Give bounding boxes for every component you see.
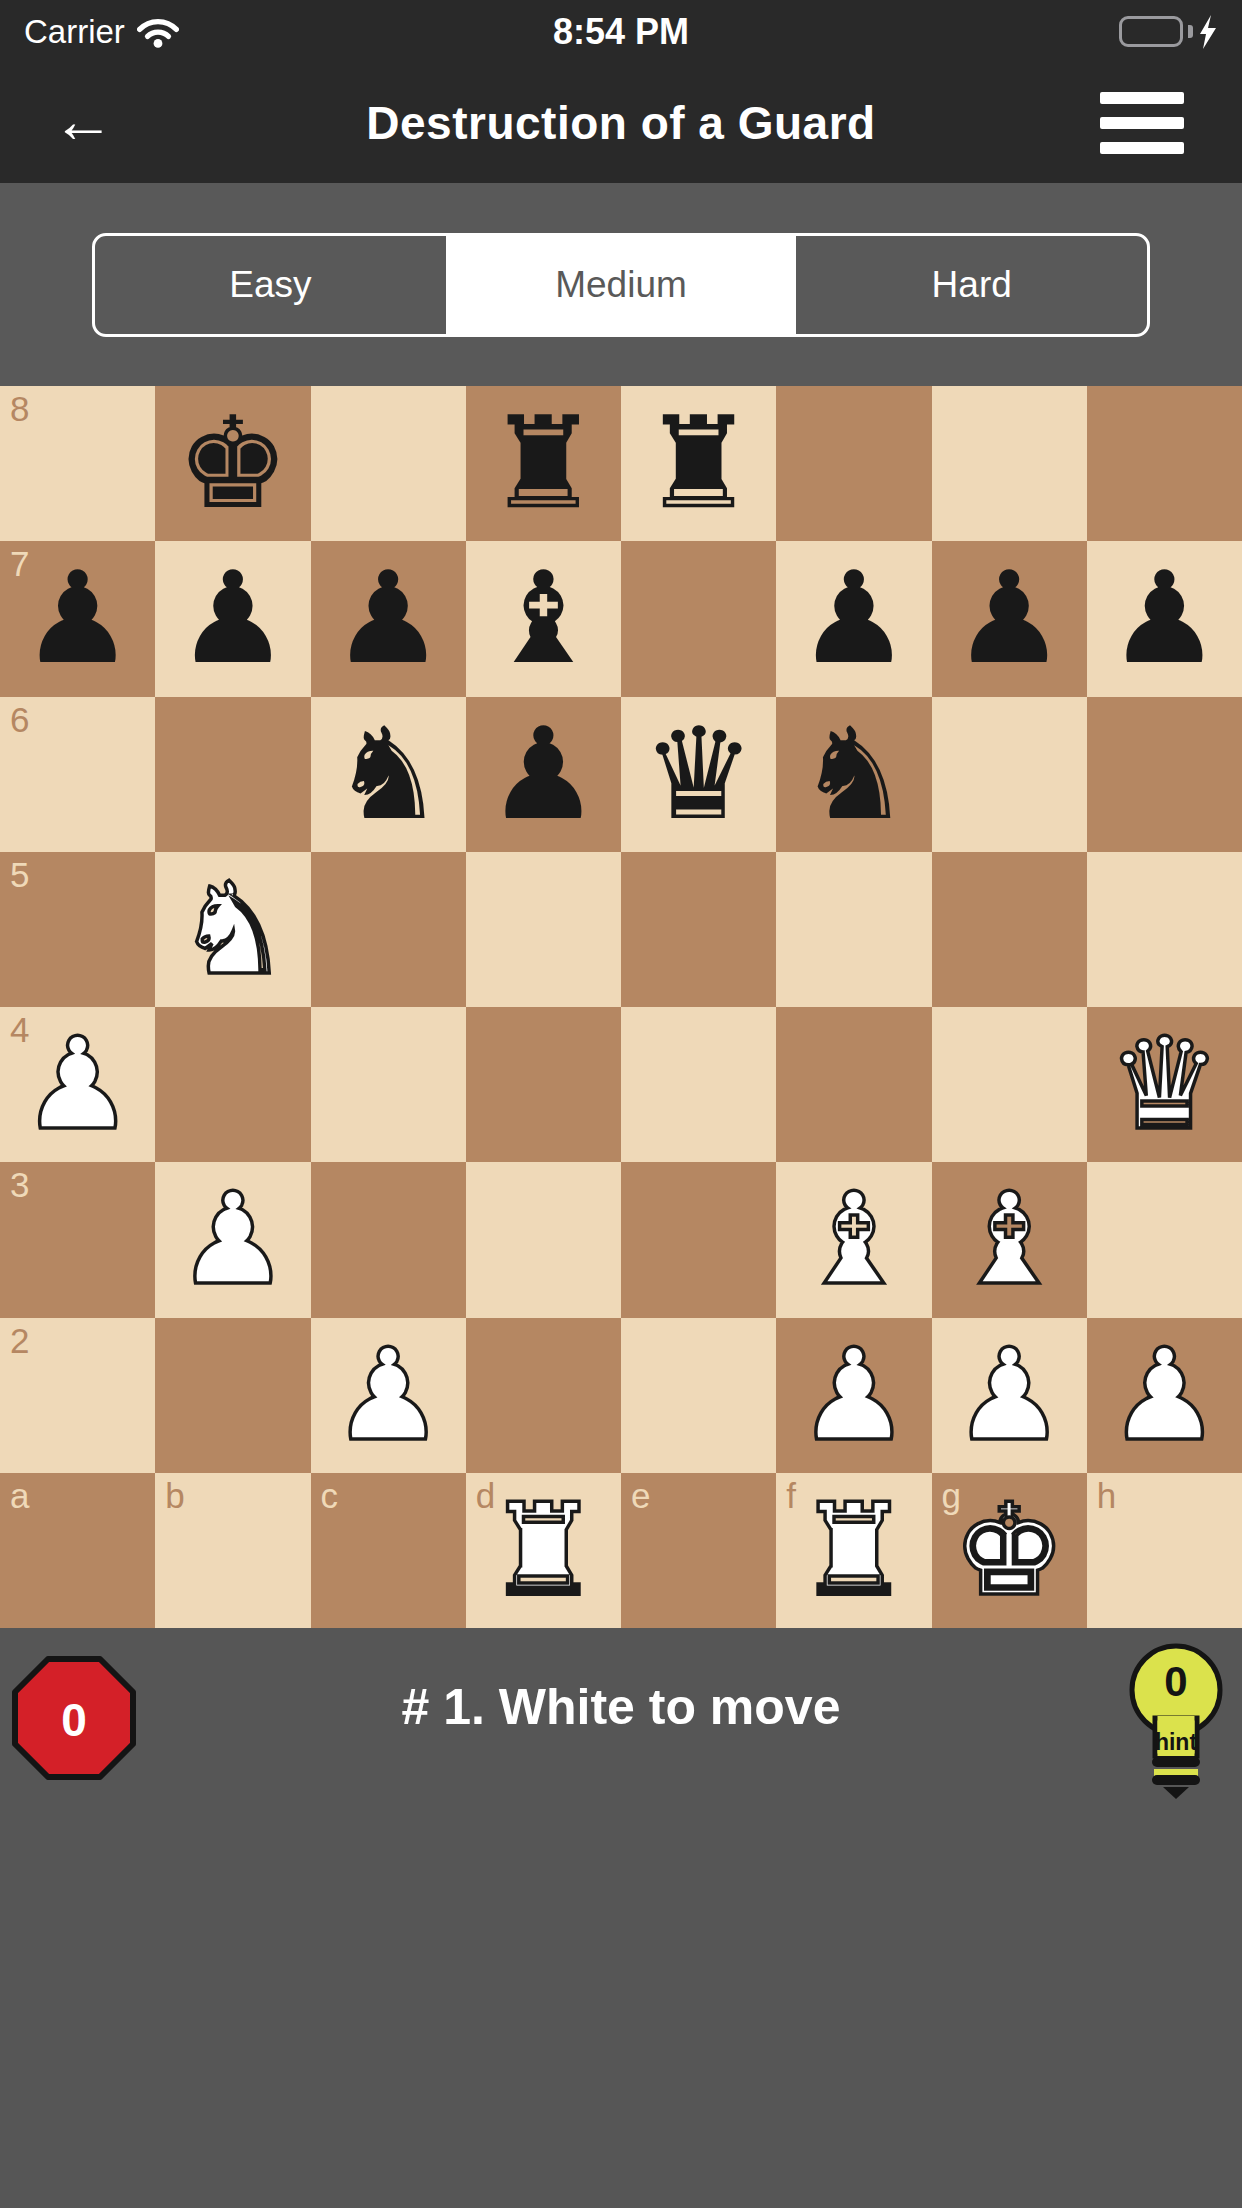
square-g3[interactable]: ♝ bbox=[932, 1162, 1087, 1317]
square-c4[interactable] bbox=[311, 1007, 466, 1162]
square-f1[interactable]: f♜ bbox=[776, 1473, 931, 1628]
coord-label-3: 3 bbox=[10, 1167, 29, 1202]
menu-button[interactable] bbox=[1100, 92, 1184, 154]
piece-white-pawn: ♟ bbox=[1087, 1318, 1242, 1473]
piece-white-bishop: ♝ bbox=[932, 1162, 1087, 1317]
square-b8[interactable]: ♚ bbox=[155, 386, 310, 541]
puzzle-caption: # 1. White to move bbox=[0, 1678, 1242, 1736]
piece-black-pawn: ♟ bbox=[155, 541, 310, 696]
piece-black-knight: ♞ bbox=[776, 697, 931, 852]
square-h3[interactable] bbox=[1087, 1162, 1242, 1317]
square-a2[interactable]: 2 bbox=[0, 1318, 155, 1473]
square-a8[interactable]: 8 bbox=[0, 386, 155, 541]
square-c2[interactable]: ♟ bbox=[311, 1318, 466, 1473]
tab-easy[interactable]: Easy bbox=[95, 236, 446, 334]
piece-white-pawn: ♟ bbox=[311, 1318, 466, 1473]
coord-label-h: h bbox=[1097, 1478, 1116, 1513]
tab-hard[interactable]: Hard bbox=[796, 236, 1147, 334]
square-e1[interactable]: e bbox=[621, 1473, 776, 1628]
back-button[interactable]: ← bbox=[52, 90, 114, 152]
coord-label-6: 6 bbox=[10, 702, 29, 737]
piece-black-rook: ♜ bbox=[621, 386, 776, 541]
square-c3[interactable] bbox=[311, 1162, 466, 1317]
hamburger-bar bbox=[1100, 92, 1184, 104]
nav-bar: ← Destruction of a Guard bbox=[0, 63, 1242, 183]
square-e5[interactable] bbox=[621, 852, 776, 1007]
chess-board: 8♚♜♜7♟♟♟♝♟♟♟6♞♟♛♞5♞4♟♛3♟♝♝2♟♟♟♟abcd♜ef♜g… bbox=[0, 386, 1242, 1628]
piece-white-bishop: ♝ bbox=[776, 1162, 931, 1317]
square-g2[interactable]: ♟ bbox=[932, 1318, 1087, 1473]
square-a4[interactable]: 4♟ bbox=[0, 1007, 155, 1162]
square-g6[interactable] bbox=[932, 697, 1087, 852]
square-h4[interactable]: ♛ bbox=[1087, 1007, 1242, 1162]
square-a3[interactable]: 3 bbox=[0, 1162, 155, 1317]
square-a7[interactable]: 7♟ bbox=[0, 541, 155, 696]
hint-button[interactable]: 0 hint bbox=[1126, 1638, 1226, 1804]
piece-black-knight: ♞ bbox=[311, 697, 466, 852]
square-c5[interactable] bbox=[311, 852, 466, 1007]
square-f3[interactable]: ♝ bbox=[776, 1162, 931, 1317]
hint-label: hint bbox=[1155, 1729, 1197, 1755]
charging-bolt-icon bbox=[1198, 15, 1218, 49]
square-h5[interactable] bbox=[1087, 852, 1242, 1007]
square-h2[interactable]: ♟ bbox=[1087, 1318, 1242, 1473]
square-b2[interactable] bbox=[155, 1318, 310, 1473]
battery-nub bbox=[1188, 25, 1193, 38]
piece-white-pawn: ♟ bbox=[932, 1318, 1087, 1473]
piece-black-rook: ♜ bbox=[466, 386, 621, 541]
piece-black-pawn: ♟ bbox=[311, 541, 466, 696]
square-e2[interactable] bbox=[621, 1318, 776, 1473]
coord-label-d: d bbox=[476, 1478, 495, 1513]
square-f6[interactable]: ♞ bbox=[776, 697, 931, 852]
square-f4[interactable] bbox=[776, 1007, 931, 1162]
square-h6[interactable] bbox=[1087, 697, 1242, 852]
square-c7[interactable]: ♟ bbox=[311, 541, 466, 696]
piece-black-pawn: ♟ bbox=[932, 541, 1087, 696]
coord-label-5: 5 bbox=[10, 857, 29, 892]
clock: 8:54 PM bbox=[0, 11, 1242, 53]
square-e3[interactable] bbox=[621, 1162, 776, 1317]
piece-white-queen: ♛ bbox=[1087, 1007, 1242, 1162]
square-a5[interactable]: 5 bbox=[0, 852, 155, 1007]
square-d3[interactable] bbox=[466, 1162, 621, 1317]
square-f2[interactable]: ♟ bbox=[776, 1318, 931, 1473]
square-d8[interactable]: ♜ bbox=[466, 386, 621, 541]
coord-label-f: f bbox=[786, 1478, 796, 1513]
piece-white-pawn: ♟ bbox=[776, 1318, 931, 1473]
coord-label-7: 7 bbox=[10, 546, 29, 581]
square-c6[interactable]: ♞ bbox=[311, 697, 466, 852]
square-h8[interactable] bbox=[1087, 386, 1242, 541]
square-d2[interactable] bbox=[466, 1318, 621, 1473]
square-c1[interactable]: c bbox=[311, 1473, 466, 1628]
square-f5[interactable] bbox=[776, 852, 931, 1007]
square-h1[interactable]: h bbox=[1087, 1473, 1242, 1628]
page-title: Destruction of a Guard bbox=[0, 96, 1242, 150]
hamburger-bar bbox=[1100, 142, 1184, 154]
square-a6[interactable]: 6 bbox=[0, 697, 155, 852]
puzzle-bar: 0 # 1. White to move 0 hint bbox=[0, 1628, 1242, 2208]
square-b6[interactable] bbox=[155, 697, 310, 852]
square-b4[interactable] bbox=[155, 1007, 310, 1162]
square-d5[interactable] bbox=[466, 852, 621, 1007]
coord-label-a: a bbox=[10, 1478, 29, 1513]
coord-label-g: g bbox=[942, 1478, 961, 1513]
square-g4[interactable] bbox=[932, 1007, 1087, 1162]
square-b1[interactable]: b bbox=[155, 1473, 310, 1628]
coord-label-e: e bbox=[631, 1478, 650, 1513]
piece-black-queen: ♛ bbox=[621, 697, 776, 852]
square-e4[interactable] bbox=[621, 1007, 776, 1162]
square-d7[interactable]: ♝ bbox=[466, 541, 621, 696]
coord-label-8: 8 bbox=[10, 391, 29, 426]
piece-black-pawn: ♟ bbox=[776, 541, 931, 696]
square-c8[interactable] bbox=[311, 386, 466, 541]
difficulty-segmented-control: Easy Medium Hard bbox=[92, 233, 1150, 337]
square-b7[interactable]: ♟ bbox=[155, 541, 310, 696]
coord-label-4: 4 bbox=[10, 1012, 29, 1047]
coord-label-c: c bbox=[321, 1478, 339, 1513]
square-b5[interactable]: ♞ bbox=[155, 852, 310, 1007]
square-g1[interactable]: g♚ bbox=[932, 1473, 1087, 1628]
square-f7[interactable]: ♟ bbox=[776, 541, 931, 696]
square-d6[interactable]: ♟ bbox=[466, 697, 621, 852]
coord-label-b: b bbox=[165, 1478, 184, 1513]
square-g8[interactable] bbox=[932, 386, 1087, 541]
piece-black-pawn: ♟ bbox=[1087, 541, 1242, 696]
square-e8[interactable]: ♜ bbox=[621, 386, 776, 541]
piece-white-rook: ♜ bbox=[776, 1473, 931, 1628]
square-g5[interactable] bbox=[932, 852, 1087, 1007]
piece-black-bishop: ♝ bbox=[466, 541, 621, 696]
square-h7[interactable]: ♟ bbox=[1087, 541, 1242, 696]
square-e7[interactable] bbox=[621, 541, 776, 696]
piece-black-pawn: ♟ bbox=[466, 697, 621, 852]
battery-icon bbox=[1119, 15, 1218, 49]
tab-medium[interactable]: Medium bbox=[446, 236, 797, 334]
square-g7[interactable]: ♟ bbox=[932, 541, 1087, 696]
square-e6[interactable]: ♛ bbox=[621, 697, 776, 852]
square-f8[interactable] bbox=[776, 386, 931, 541]
piece-white-knight: ♞ bbox=[155, 852, 310, 1007]
hint-count: 0 bbox=[1164, 1658, 1187, 1705]
piece-white-pawn: ♟ bbox=[155, 1162, 310, 1317]
square-b3[interactable]: ♟ bbox=[155, 1162, 310, 1317]
status-bar: Carrier 8:54 PM bbox=[0, 0, 1242, 63]
square-d1[interactable]: d♜ bbox=[466, 1473, 621, 1628]
coord-label-2: 2 bbox=[10, 1323, 29, 1358]
square-a1[interactable]: a bbox=[0, 1473, 155, 1628]
square-d4[interactable] bbox=[466, 1007, 621, 1162]
hamburger-bar bbox=[1100, 117, 1184, 129]
battery-body bbox=[1119, 16, 1183, 47]
piece-black-king: ♚ bbox=[155, 386, 310, 541]
difficulty-section: Easy Medium Hard bbox=[0, 183, 1242, 386]
